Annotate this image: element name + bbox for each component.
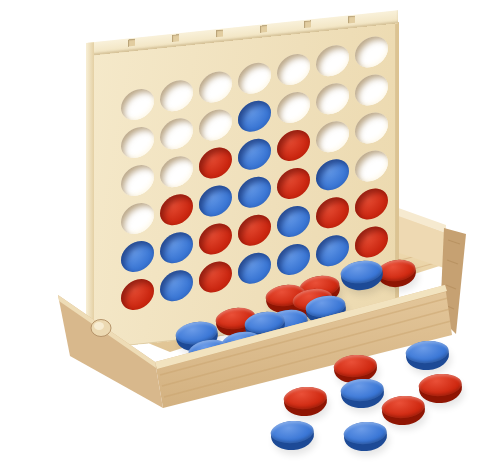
empty-hole: [316, 80, 349, 117]
blue-disc-face: [270, 419, 315, 445]
empty-hole: [199, 106, 232, 143]
ground-red-disc[interactable]: [418, 372, 463, 405]
ground-blue-disc[interactable]: [405, 339, 450, 372]
cell-r6c2[interactable]: [157, 262, 196, 309]
cell-r6c5[interactable]: [274, 236, 313, 283]
empty-hole: [277, 51, 310, 88]
blue-disc-in-hole: [316, 232, 349, 269]
empty-hole: [355, 147, 388, 184]
ground-blue-disc[interactable]: [340, 377, 385, 410]
ground-blue-disc[interactable]: [343, 420, 388, 453]
red-disc-in-hole: [199, 258, 232, 295]
empty-hole: [277, 89, 310, 126]
red-disc-in-hole: [238, 211, 271, 248]
empty-hole: [121, 200, 154, 237]
empty-hole: [121, 162, 154, 199]
red-disc-in-hole: [277, 165, 310, 202]
blue-disc-in-hole: [277, 203, 310, 240]
empty-hole: [160, 115, 193, 152]
red-disc-in-hole: [121, 276, 154, 313]
empty-hole: [160, 77, 193, 114]
empty-hole: [121, 86, 154, 123]
cell-r6c7[interactable]: [352, 219, 391, 266]
blue-disc-in-hole: [121, 238, 154, 275]
connect-four-board: [86, 22, 399, 350]
tray-right-cap: [440, 228, 466, 334]
empty-hole: [238, 59, 271, 96]
blue-disc-in-hole: [199, 182, 232, 219]
ground-blue-disc[interactable]: [270, 419, 315, 452]
cell-r6c3[interactable]: [196, 254, 235, 301]
red-disc-face: [418, 372, 463, 398]
blue-disc-in-hole: [160, 267, 193, 304]
connect-four-scene: [0, 0, 500, 467]
cell-r6c4[interactable]: [235, 245, 274, 292]
empty-hole: [121, 124, 154, 161]
red-disc-in-hole: [160, 191, 193, 228]
cell-r6c1[interactable]: [118, 271, 157, 318]
red-disc-face: [381, 394, 426, 420]
red-disc-in-hole: [199, 220, 232, 257]
blue-disc-in-hole: [238, 135, 271, 172]
blue-disc-in-hole: [238, 173, 271, 210]
red-disc-in-hole: [316, 194, 349, 231]
ground-red-disc[interactable]: [283, 385, 328, 418]
empty-hole: [316, 42, 349, 79]
red-disc-in-hole: [277, 127, 310, 164]
red-disc-face: [283, 385, 328, 411]
empty-hole: [316, 118, 349, 155]
red-disc-in-hole: [355, 185, 388, 222]
empty-hole: [199, 68, 232, 105]
red-disc-face: [333, 353, 378, 379]
red-disc-in-hole: [355, 223, 388, 260]
empty-hole: [160, 153, 193, 190]
empty-hole: [355, 71, 388, 108]
blue-disc-face: [343, 420, 388, 446]
red-disc-in-hole: [199, 144, 232, 181]
empty-hole: [355, 33, 388, 70]
blue-disc-in-hole: [277, 241, 310, 278]
blue-disc-in-hole: [238, 249, 271, 286]
blue-disc-in-hole: [238, 97, 271, 134]
blue-disc-in-hole: [316, 156, 349, 193]
ground-red-disc[interactable]: [381, 394, 426, 427]
blue-disc-in-hole: [160, 229, 193, 266]
blue-disc-face: [405, 339, 450, 365]
empty-hole: [355, 109, 388, 146]
